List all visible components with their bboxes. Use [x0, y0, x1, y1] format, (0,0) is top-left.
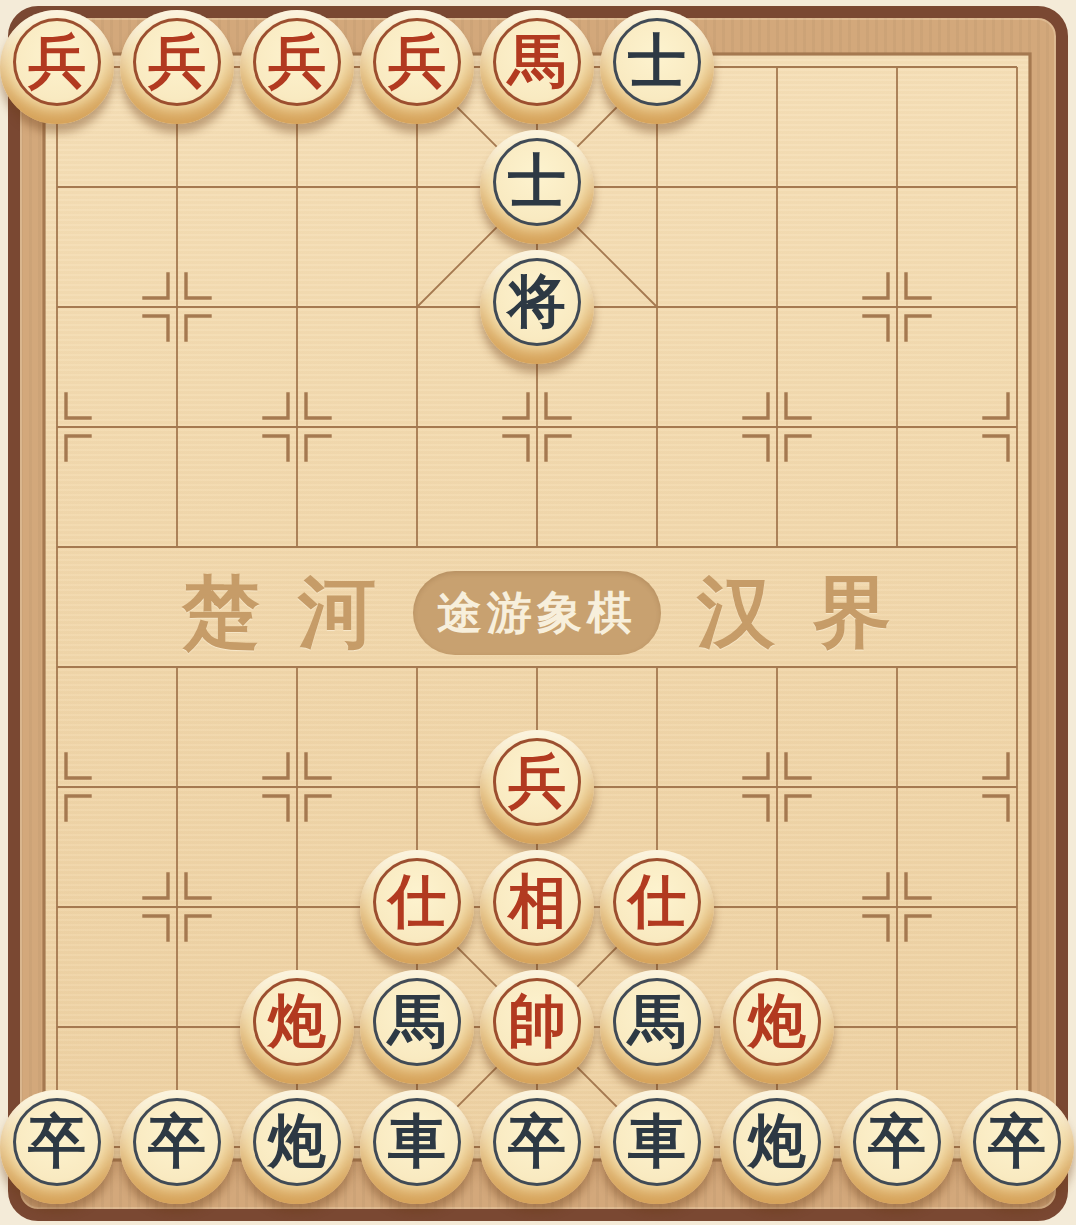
piece-glyph: 馬: [628, 992, 686, 1050]
piece-r7c5-red[interactable]: 兵: [480, 730, 594, 844]
piece-glyph: 卒: [28, 1112, 86, 1170]
piece-r10c1-black[interactable]: 卒: [0, 1090, 114, 1204]
piece-face: 炮: [253, 978, 341, 1066]
piece-r1c5-red[interactable]: 馬: [480, 10, 594, 124]
piece-face: 馬: [613, 978, 701, 1066]
piece-face: 卒: [133, 1098, 221, 1186]
piece-face: 将: [493, 258, 581, 346]
piece-face: 馬: [493, 18, 581, 106]
piece-face: 馬: [373, 978, 461, 1066]
piece-r10c5-black[interactable]: 卒: [480, 1090, 594, 1204]
river-label-right: 汉界: [697, 566, 929, 658]
piece-r1c4-red[interactable]: 兵: [360, 10, 474, 124]
piece-r9c6-black[interactable]: 馬: [600, 970, 714, 1084]
piece-face: 炮: [253, 1098, 341, 1186]
piece-glyph: 士: [628, 32, 686, 90]
piece-glyph: 炮: [268, 1112, 326, 1170]
piece-r8c4-red[interactable]: 仕: [360, 850, 474, 964]
piece-r3c5-black[interactable]: 将: [480, 250, 594, 364]
piece-r9c3-red[interactable]: 炮: [240, 970, 354, 1084]
piece-r10c8-black[interactable]: 卒: [840, 1090, 954, 1204]
piece-face: 兵: [253, 18, 341, 106]
piece-glyph: 相: [508, 872, 566, 930]
piece-r10c4-black[interactable]: 車: [360, 1090, 474, 1204]
piece-glyph: 兵: [148, 32, 206, 90]
piece-glyph: 帥: [508, 992, 566, 1050]
piece-r10c7-black[interactable]: 炮: [720, 1090, 834, 1204]
piece-glyph: 炮: [268, 992, 326, 1050]
piece-face: 卒: [973, 1098, 1061, 1186]
piece-glyph: 兵: [508, 752, 566, 810]
piece-glyph: 卒: [868, 1112, 926, 1170]
piece-face: 相: [493, 858, 581, 946]
piece-glyph: 兵: [388, 32, 446, 90]
piece-r8c5-red[interactable]: 相: [480, 850, 594, 964]
piece-glyph: 車: [628, 1112, 686, 1170]
piece-glyph: 兵: [28, 32, 86, 90]
piece-face: 兵: [493, 738, 581, 826]
piece-r10c2-black[interactable]: 卒: [120, 1090, 234, 1204]
piece-face: 兵: [373, 18, 461, 106]
piece-r2c5-black[interactable]: 士: [480, 130, 594, 244]
piece-r1c1-red[interactable]: 兵: [0, 10, 114, 124]
piece-r10c9-black[interactable]: 卒: [960, 1090, 1074, 1204]
piece-face: 卒: [853, 1098, 941, 1186]
piece-face: 卒: [13, 1098, 101, 1186]
brand-label: 途游象棋: [437, 583, 637, 643]
piece-face: 士: [493, 138, 581, 226]
piece-face: 炮: [733, 1098, 821, 1186]
piece-face: 仕: [613, 858, 701, 946]
piece-face: 車: [613, 1098, 701, 1186]
piece-r1c2-red[interactable]: 兵: [120, 10, 234, 124]
piece-face: 卒: [493, 1098, 581, 1186]
piece-glyph: 将: [508, 272, 566, 330]
piece-glyph: 仕: [628, 872, 686, 930]
piece-glyph: 卒: [508, 1112, 566, 1170]
piece-r1c3-red[interactable]: 兵: [240, 10, 354, 124]
piece-r9c7-red[interactable]: 炮: [720, 970, 834, 1084]
piece-r10c6-black[interactable]: 車: [600, 1090, 714, 1204]
piece-face: 兵: [133, 18, 221, 106]
piece-face: 仕: [373, 858, 461, 946]
piece-face: 車: [373, 1098, 461, 1186]
piece-r8c6-red[interactable]: 仕: [600, 850, 714, 964]
piece-glyph: 車: [388, 1112, 446, 1170]
piece-glyph: 炮: [748, 992, 806, 1050]
piece-face: 炮: [733, 978, 821, 1066]
piece-glyph: 炮: [748, 1112, 806, 1170]
piece-r9c4-black[interactable]: 馬: [360, 970, 474, 1084]
piece-glyph: 士: [508, 152, 566, 210]
piece-r10c3-black[interactable]: 炮: [240, 1090, 354, 1204]
piece-face: 帥: [493, 978, 581, 1066]
app-screen: 楚河 汉界 途游象棋 兵兵兵兵馬士士将兵仕相仕炮馬帥馬炮卒卒炮車卒車炮卒卒: [0, 0, 1076, 1225]
piece-face: 士: [613, 18, 701, 106]
piece-face: 兵: [13, 18, 101, 106]
piece-r1c6-black[interactable]: 士: [600, 10, 714, 124]
piece-glyph: 仕: [388, 872, 446, 930]
brand-pill: 途游象棋: [413, 571, 661, 655]
piece-glyph: 卒: [988, 1112, 1046, 1170]
piece-glyph: 馬: [388, 992, 446, 1050]
piece-r9c5-red[interactable]: 帥: [480, 970, 594, 1084]
piece-glyph: 卒: [148, 1112, 206, 1170]
piece-glyph: 馬: [508, 32, 566, 90]
river-label-left: 楚河: [182, 566, 414, 658]
piece-glyph: 兵: [268, 32, 326, 90]
